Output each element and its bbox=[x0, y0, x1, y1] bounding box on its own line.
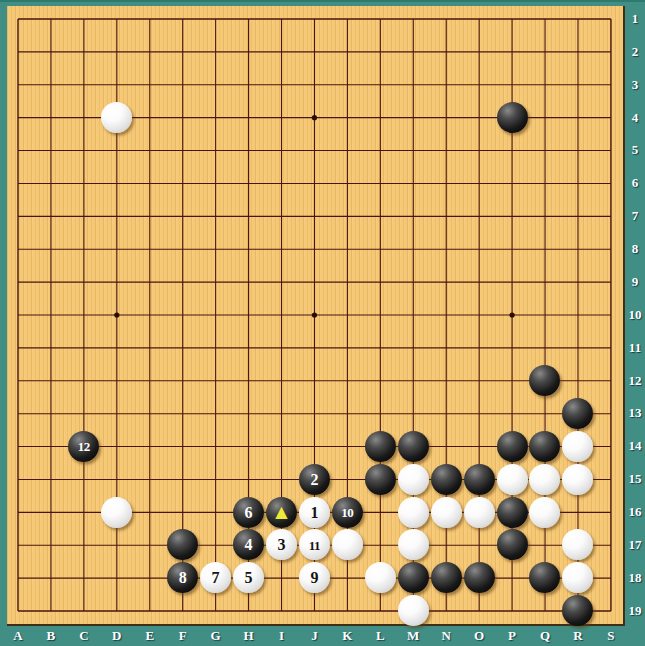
point-Q7[interactable] bbox=[529, 200, 562, 233]
point-N5[interactable] bbox=[430, 134, 463, 167]
point-Q1[interactable] bbox=[529, 3, 562, 36]
point-G18[interactable]: 7 bbox=[199, 561, 232, 594]
point-D2[interactable] bbox=[100, 35, 133, 68]
point-O1[interactable] bbox=[463, 3, 496, 36]
point-G19[interactable] bbox=[199, 594, 232, 627]
point-H7[interactable] bbox=[232, 200, 265, 233]
point-E8[interactable] bbox=[133, 233, 166, 266]
point-G4[interactable] bbox=[199, 101, 232, 134]
point-O18[interactable] bbox=[463, 561, 496, 594]
point-N10[interactable] bbox=[430, 298, 463, 331]
point-S19[interactable] bbox=[594, 594, 627, 627]
point-D7[interactable] bbox=[100, 200, 133, 233]
point-S1[interactable] bbox=[594, 3, 627, 36]
point-C4[interactable] bbox=[67, 101, 100, 134]
point-B1[interactable] bbox=[34, 3, 67, 36]
point-J5[interactable] bbox=[298, 134, 331, 167]
point-S6[interactable] bbox=[594, 167, 627, 200]
point-I13[interactable] bbox=[265, 397, 298, 430]
point-Q12[interactable] bbox=[529, 364, 562, 397]
point-B15[interactable] bbox=[34, 463, 67, 496]
point-F4[interactable] bbox=[166, 101, 199, 134]
point-R11[interactable] bbox=[561, 331, 594, 364]
point-I6[interactable] bbox=[265, 167, 298, 200]
point-K13[interactable] bbox=[331, 397, 364, 430]
point-P19[interactable] bbox=[496, 594, 529, 627]
point-G10[interactable] bbox=[199, 298, 232, 331]
point-J3[interactable] bbox=[298, 68, 331, 101]
point-D1[interactable] bbox=[100, 3, 133, 36]
point-C14[interactable]: 12 bbox=[67, 430, 100, 463]
point-J18[interactable]: 9 bbox=[298, 561, 331, 594]
point-A5[interactable] bbox=[2, 134, 35, 167]
point-D15[interactable] bbox=[100, 463, 133, 496]
point-F13[interactable] bbox=[166, 397, 199, 430]
point-S9[interactable] bbox=[594, 266, 627, 299]
point-N2[interactable] bbox=[430, 35, 463, 68]
point-A14[interactable] bbox=[2, 430, 35, 463]
point-K19[interactable] bbox=[331, 594, 364, 627]
point-L18[interactable] bbox=[364, 561, 397, 594]
point-F3[interactable] bbox=[166, 68, 199, 101]
point-P12[interactable] bbox=[496, 364, 529, 397]
point-S15[interactable] bbox=[594, 463, 627, 496]
point-R7[interactable] bbox=[561, 200, 594, 233]
point-Q3[interactable] bbox=[529, 68, 562, 101]
point-B18[interactable] bbox=[34, 561, 67, 594]
point-L8[interactable] bbox=[364, 233, 397, 266]
point-N6[interactable] bbox=[430, 167, 463, 200]
point-O17[interactable] bbox=[463, 529, 496, 562]
point-G15[interactable] bbox=[199, 463, 232, 496]
point-R3[interactable] bbox=[561, 68, 594, 101]
point-H3[interactable] bbox=[232, 68, 265, 101]
point-M4[interactable] bbox=[397, 101, 430, 134]
point-B14[interactable] bbox=[34, 430, 67, 463]
point-H2[interactable] bbox=[232, 35, 265, 68]
point-S11[interactable] bbox=[594, 331, 627, 364]
point-L15[interactable] bbox=[364, 463, 397, 496]
point-C3[interactable] bbox=[67, 68, 100, 101]
point-Q13[interactable] bbox=[529, 397, 562, 430]
point-J9[interactable] bbox=[298, 266, 331, 299]
point-B4[interactable] bbox=[34, 101, 67, 134]
point-G12[interactable] bbox=[199, 364, 232, 397]
point-H13[interactable] bbox=[232, 397, 265, 430]
point-O5[interactable] bbox=[463, 134, 496, 167]
point-S16[interactable] bbox=[594, 496, 627, 529]
point-L2[interactable] bbox=[364, 35, 397, 68]
point-R13[interactable] bbox=[561, 397, 594, 430]
point-H14[interactable] bbox=[232, 430, 265, 463]
point-I10[interactable] bbox=[265, 298, 298, 331]
point-Q8[interactable] bbox=[529, 233, 562, 266]
point-R19[interactable] bbox=[561, 594, 594, 627]
point-P2[interactable] bbox=[496, 35, 529, 68]
point-N11[interactable] bbox=[430, 331, 463, 364]
point-R5[interactable] bbox=[561, 134, 594, 167]
point-K15[interactable] bbox=[331, 463, 364, 496]
point-C5[interactable] bbox=[67, 134, 100, 167]
point-E14[interactable] bbox=[133, 430, 166, 463]
point-E6[interactable] bbox=[133, 167, 166, 200]
point-H4[interactable] bbox=[232, 101, 265, 134]
point-Q14[interactable] bbox=[529, 430, 562, 463]
point-J1[interactable] bbox=[298, 3, 331, 36]
point-S14[interactable] bbox=[594, 430, 627, 463]
point-I16[interactable]: ▲ bbox=[265, 496, 298, 529]
point-G17[interactable] bbox=[199, 529, 232, 562]
point-C12[interactable] bbox=[67, 364, 100, 397]
point-D17[interactable] bbox=[100, 529, 133, 562]
point-P18[interactable] bbox=[496, 561, 529, 594]
point-O9[interactable] bbox=[463, 266, 496, 299]
point-M5[interactable] bbox=[397, 134, 430, 167]
point-N13[interactable] bbox=[430, 397, 463, 430]
point-S5[interactable] bbox=[594, 134, 627, 167]
point-K12[interactable] bbox=[331, 364, 364, 397]
point-H12[interactable] bbox=[232, 364, 265, 397]
point-E15[interactable] bbox=[133, 463, 166, 496]
point-F19[interactable] bbox=[166, 594, 199, 627]
point-P9[interactable] bbox=[496, 266, 529, 299]
point-D16[interactable] bbox=[100, 496, 133, 529]
point-J19[interactable] bbox=[298, 594, 331, 627]
point-C13[interactable] bbox=[67, 397, 100, 430]
point-M7[interactable] bbox=[397, 200, 430, 233]
point-R9[interactable] bbox=[561, 266, 594, 299]
point-P8[interactable] bbox=[496, 233, 529, 266]
point-G7[interactable] bbox=[199, 200, 232, 233]
point-Q17[interactable] bbox=[529, 529, 562, 562]
point-K6[interactable] bbox=[331, 167, 364, 200]
point-K1[interactable] bbox=[331, 3, 364, 36]
point-O10[interactable] bbox=[463, 298, 496, 331]
point-D19[interactable] bbox=[100, 594, 133, 627]
point-B7[interactable] bbox=[34, 200, 67, 233]
point-J14[interactable] bbox=[298, 430, 331, 463]
point-M13[interactable] bbox=[397, 397, 430, 430]
point-R18[interactable] bbox=[561, 561, 594, 594]
point-R12[interactable] bbox=[561, 364, 594, 397]
point-B11[interactable] bbox=[34, 331, 67, 364]
point-D3[interactable] bbox=[100, 68, 133, 101]
point-C8[interactable] bbox=[67, 233, 100, 266]
point-O7[interactable] bbox=[463, 200, 496, 233]
point-Q9[interactable] bbox=[529, 266, 562, 299]
point-P5[interactable] bbox=[496, 134, 529, 167]
point-A8[interactable] bbox=[2, 233, 35, 266]
point-P17[interactable] bbox=[496, 529, 529, 562]
point-H11[interactable] bbox=[232, 331, 265, 364]
point-Q19[interactable] bbox=[529, 594, 562, 627]
point-F12[interactable] bbox=[166, 364, 199, 397]
point-I15[interactable] bbox=[265, 463, 298, 496]
point-E9[interactable] bbox=[133, 266, 166, 299]
point-A10[interactable] bbox=[2, 298, 35, 331]
point-I17[interactable]: 3 bbox=[265, 529, 298, 562]
point-L19[interactable] bbox=[364, 594, 397, 627]
point-E16[interactable] bbox=[133, 496, 166, 529]
point-R16[interactable] bbox=[561, 496, 594, 529]
point-F18[interactable]: 8 bbox=[166, 561, 199, 594]
point-H8[interactable] bbox=[232, 233, 265, 266]
point-I5[interactable] bbox=[265, 134, 298, 167]
point-J11[interactable] bbox=[298, 331, 331, 364]
point-K4[interactable] bbox=[331, 101, 364, 134]
point-B10[interactable] bbox=[34, 298, 67, 331]
point-F5[interactable] bbox=[166, 134, 199, 167]
point-I19[interactable] bbox=[265, 594, 298, 627]
point-M16[interactable] bbox=[397, 496, 430, 529]
point-O3[interactable] bbox=[463, 68, 496, 101]
point-I12[interactable] bbox=[265, 364, 298, 397]
point-L17[interactable] bbox=[364, 529, 397, 562]
point-D13[interactable] bbox=[100, 397, 133, 430]
point-H15[interactable] bbox=[232, 463, 265, 496]
point-D11[interactable] bbox=[100, 331, 133, 364]
point-M1[interactable] bbox=[397, 3, 430, 36]
point-I18[interactable] bbox=[265, 561, 298, 594]
point-E17[interactable] bbox=[133, 529, 166, 562]
point-M10[interactable] bbox=[397, 298, 430, 331]
point-I2[interactable] bbox=[265, 35, 298, 68]
point-I9[interactable] bbox=[265, 266, 298, 299]
point-J7[interactable] bbox=[298, 200, 331, 233]
point-K2[interactable] bbox=[331, 35, 364, 68]
point-Q11[interactable] bbox=[529, 331, 562, 364]
point-I3[interactable] bbox=[265, 68, 298, 101]
point-D6[interactable] bbox=[100, 167, 133, 200]
point-F9[interactable] bbox=[166, 266, 199, 299]
point-F1[interactable] bbox=[166, 3, 199, 36]
point-C19[interactable] bbox=[67, 594, 100, 627]
point-L3[interactable] bbox=[364, 68, 397, 101]
point-M12[interactable] bbox=[397, 364, 430, 397]
point-Q4[interactable] bbox=[529, 101, 562, 134]
point-I4[interactable] bbox=[265, 101, 298, 134]
point-N9[interactable] bbox=[430, 266, 463, 299]
point-P4[interactable] bbox=[496, 101, 529, 134]
point-L5[interactable] bbox=[364, 134, 397, 167]
point-N19[interactable] bbox=[430, 594, 463, 627]
point-A3[interactable] bbox=[2, 68, 35, 101]
point-M3[interactable] bbox=[397, 68, 430, 101]
point-C16[interactable] bbox=[67, 496, 100, 529]
point-D8[interactable] bbox=[100, 233, 133, 266]
point-Q2[interactable] bbox=[529, 35, 562, 68]
point-M11[interactable] bbox=[397, 331, 430, 364]
point-L4[interactable] bbox=[364, 101, 397, 134]
point-K14[interactable] bbox=[331, 430, 364, 463]
point-L7[interactable] bbox=[364, 200, 397, 233]
point-A4[interactable] bbox=[2, 101, 35, 134]
point-S2[interactable] bbox=[594, 35, 627, 68]
point-C9[interactable] bbox=[67, 266, 100, 299]
point-G8[interactable] bbox=[199, 233, 232, 266]
point-K9[interactable] bbox=[331, 266, 364, 299]
point-O8[interactable] bbox=[463, 233, 496, 266]
point-N3[interactable] bbox=[430, 68, 463, 101]
point-F8[interactable] bbox=[166, 233, 199, 266]
point-L12[interactable] bbox=[364, 364, 397, 397]
point-B8[interactable] bbox=[34, 233, 67, 266]
point-P1[interactable] bbox=[496, 3, 529, 36]
point-M8[interactable] bbox=[397, 233, 430, 266]
point-B16[interactable] bbox=[34, 496, 67, 529]
point-H18[interactable]: 5 bbox=[232, 561, 265, 594]
point-P11[interactable] bbox=[496, 331, 529, 364]
point-R15[interactable] bbox=[561, 463, 594, 496]
point-E1[interactable] bbox=[133, 3, 166, 36]
point-S10[interactable] bbox=[594, 298, 627, 331]
point-I8[interactable] bbox=[265, 233, 298, 266]
point-L14[interactable] bbox=[364, 430, 397, 463]
point-A1[interactable] bbox=[2, 3, 35, 36]
point-A15[interactable] bbox=[2, 463, 35, 496]
point-G2[interactable] bbox=[199, 35, 232, 68]
point-M18[interactable] bbox=[397, 561, 430, 594]
point-L1[interactable] bbox=[364, 3, 397, 36]
point-Q16[interactable] bbox=[529, 496, 562, 529]
point-P3[interactable] bbox=[496, 68, 529, 101]
point-L6[interactable] bbox=[364, 167, 397, 200]
point-R14[interactable] bbox=[561, 430, 594, 463]
point-N16[interactable] bbox=[430, 496, 463, 529]
point-K7[interactable] bbox=[331, 200, 364, 233]
point-B17[interactable] bbox=[34, 529, 67, 562]
point-A16[interactable] bbox=[2, 496, 35, 529]
point-J12[interactable] bbox=[298, 364, 331, 397]
point-E13[interactable] bbox=[133, 397, 166, 430]
point-R17[interactable] bbox=[561, 529, 594, 562]
point-M9[interactable] bbox=[397, 266, 430, 299]
point-O16[interactable] bbox=[463, 496, 496, 529]
point-K10[interactable] bbox=[331, 298, 364, 331]
point-F11[interactable] bbox=[166, 331, 199, 364]
point-G14[interactable] bbox=[199, 430, 232, 463]
point-H17[interactable]: 4 bbox=[232, 529, 265, 562]
point-D18[interactable] bbox=[100, 561, 133, 594]
point-N18[interactable] bbox=[430, 561, 463, 594]
point-C1[interactable] bbox=[67, 3, 100, 36]
point-D5[interactable] bbox=[100, 134, 133, 167]
point-O15[interactable] bbox=[463, 463, 496, 496]
point-K16[interactable]: 10 bbox=[331, 496, 364, 529]
point-R10[interactable] bbox=[561, 298, 594, 331]
point-I1[interactable] bbox=[265, 3, 298, 36]
point-B3[interactable] bbox=[34, 68, 67, 101]
point-D14[interactable] bbox=[100, 430, 133, 463]
point-A9[interactable] bbox=[2, 266, 35, 299]
point-O11[interactable] bbox=[463, 331, 496, 364]
point-E3[interactable] bbox=[133, 68, 166, 101]
point-K18[interactable] bbox=[331, 561, 364, 594]
point-A17[interactable] bbox=[2, 529, 35, 562]
point-C17[interactable] bbox=[67, 529, 100, 562]
point-L9[interactable] bbox=[364, 266, 397, 299]
point-F16[interactable] bbox=[166, 496, 199, 529]
point-C2[interactable] bbox=[67, 35, 100, 68]
point-P15[interactable] bbox=[496, 463, 529, 496]
point-E12[interactable] bbox=[133, 364, 166, 397]
point-E2[interactable] bbox=[133, 35, 166, 68]
point-P6[interactable] bbox=[496, 167, 529, 200]
point-N8[interactable] bbox=[430, 233, 463, 266]
point-B2[interactable] bbox=[34, 35, 67, 68]
point-F6[interactable] bbox=[166, 167, 199, 200]
point-C6[interactable] bbox=[67, 167, 100, 200]
point-A11[interactable] bbox=[2, 331, 35, 364]
point-O13[interactable] bbox=[463, 397, 496, 430]
point-C11[interactable] bbox=[67, 331, 100, 364]
point-G16[interactable] bbox=[199, 496, 232, 529]
point-S17[interactable] bbox=[594, 529, 627, 562]
point-R8[interactable] bbox=[561, 233, 594, 266]
point-P14[interactable] bbox=[496, 430, 529, 463]
point-H10[interactable] bbox=[232, 298, 265, 331]
point-C10[interactable] bbox=[67, 298, 100, 331]
point-O2[interactable] bbox=[463, 35, 496, 68]
point-R4[interactable] bbox=[561, 101, 594, 134]
point-B19[interactable] bbox=[34, 594, 67, 627]
point-L10[interactable] bbox=[364, 298, 397, 331]
point-H19[interactable] bbox=[232, 594, 265, 627]
point-N4[interactable] bbox=[430, 101, 463, 134]
point-K5[interactable] bbox=[331, 134, 364, 167]
point-A12[interactable] bbox=[2, 364, 35, 397]
point-N14[interactable] bbox=[430, 430, 463, 463]
point-P13[interactable] bbox=[496, 397, 529, 430]
point-F14[interactable] bbox=[166, 430, 199, 463]
point-H9[interactable] bbox=[232, 266, 265, 299]
point-E5[interactable] bbox=[133, 134, 166, 167]
point-J4[interactable] bbox=[298, 101, 331, 134]
point-J15[interactable]: 2 bbox=[298, 463, 331, 496]
point-K8[interactable] bbox=[331, 233, 364, 266]
point-E18[interactable] bbox=[133, 561, 166, 594]
point-M17[interactable] bbox=[397, 529, 430, 562]
point-G11[interactable] bbox=[199, 331, 232, 364]
point-H5[interactable] bbox=[232, 134, 265, 167]
point-E7[interactable] bbox=[133, 200, 166, 233]
point-P10[interactable] bbox=[496, 298, 529, 331]
point-J2[interactable] bbox=[298, 35, 331, 68]
point-E19[interactable] bbox=[133, 594, 166, 627]
point-A18[interactable] bbox=[2, 561, 35, 594]
point-N7[interactable] bbox=[430, 200, 463, 233]
point-E4[interactable] bbox=[133, 101, 166, 134]
point-O12[interactable] bbox=[463, 364, 496, 397]
point-Q18[interactable] bbox=[529, 561, 562, 594]
point-D9[interactable] bbox=[100, 266, 133, 299]
point-A6[interactable] bbox=[2, 167, 35, 200]
point-I14[interactable] bbox=[265, 430, 298, 463]
point-B6[interactable] bbox=[34, 167, 67, 200]
point-S3[interactable] bbox=[594, 68, 627, 101]
point-D10[interactable] bbox=[100, 298, 133, 331]
point-B13[interactable] bbox=[34, 397, 67, 430]
point-M14[interactable] bbox=[397, 430, 430, 463]
point-H6[interactable] bbox=[232, 167, 265, 200]
point-R1[interactable] bbox=[561, 3, 594, 36]
point-S12[interactable] bbox=[594, 364, 627, 397]
point-O4[interactable] bbox=[463, 101, 496, 134]
point-J8[interactable] bbox=[298, 233, 331, 266]
point-G3[interactable] bbox=[199, 68, 232, 101]
point-A7[interactable] bbox=[2, 200, 35, 233]
point-O14[interactable] bbox=[463, 430, 496, 463]
